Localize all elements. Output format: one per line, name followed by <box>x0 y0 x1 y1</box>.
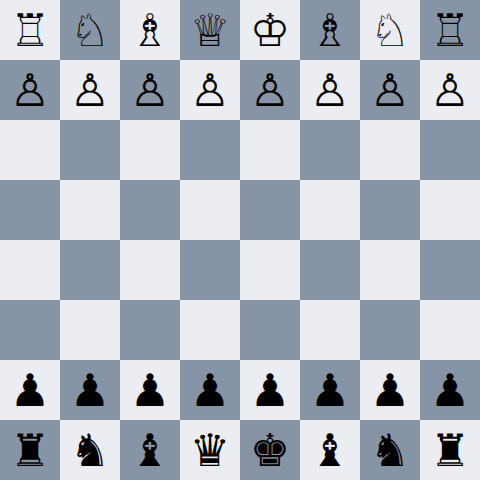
piece-black-king[interactable]: ♚ <box>250 428 290 473</box>
piece-black-pawn[interactable]: ♟ <box>130 368 170 413</box>
piece-black-bishop[interactable]: ♝ <box>310 428 350 473</box>
square-c7[interactable]: ♙ <box>120 60 180 120</box>
square-c6[interactable] <box>120 120 180 180</box>
square-d6[interactable] <box>180 120 240 180</box>
piece-white-rook[interactable]: ♖ <box>10 8 50 53</box>
piece-white-pawn[interactable]: ♙ <box>430 68 470 113</box>
square-b4[interactable] <box>60 240 120 300</box>
square-c1[interactable]: ♝ <box>120 420 180 480</box>
piece-white-pawn[interactable]: ♙ <box>10 68 50 113</box>
square-g2[interactable]: ♟ <box>360 360 420 420</box>
piece-black-pawn[interactable]: ♟ <box>70 368 110 413</box>
square-f4[interactable] <box>300 240 360 300</box>
square-f1[interactable]: ♝ <box>300 420 360 480</box>
piece-white-pawn[interactable]: ♙ <box>250 68 290 113</box>
square-d2[interactable]: ♟ <box>180 360 240 420</box>
square-e7[interactable]: ♙ <box>240 60 300 120</box>
square-b1[interactable]: ♞ <box>60 420 120 480</box>
piece-white-pawn[interactable]: ♙ <box>370 68 410 113</box>
square-h7[interactable]: ♙ <box>420 60 480 120</box>
piece-black-pawn[interactable]: ♟ <box>250 368 290 413</box>
piece-black-queen[interactable]: ♛ <box>190 428 230 473</box>
piece-black-pawn[interactable]: ♟ <box>370 368 410 413</box>
square-h4[interactable] <box>420 240 480 300</box>
square-d8[interactable]: ♕ <box>180 0 240 60</box>
square-a1[interactable]: ♜ <box>0 420 60 480</box>
piece-white-pawn[interactable]: ♙ <box>70 68 110 113</box>
square-c3[interactable] <box>120 300 180 360</box>
square-c4[interactable] <box>120 240 180 300</box>
square-g4[interactable] <box>360 240 420 300</box>
square-f7[interactable]: ♙ <box>300 60 360 120</box>
piece-black-rook[interactable]: ♜ <box>430 428 470 473</box>
square-e2[interactable]: ♟ <box>240 360 300 420</box>
piece-white-pawn[interactable]: ♙ <box>310 68 350 113</box>
square-h6[interactable] <box>420 120 480 180</box>
piece-white-pawn[interactable]: ♙ <box>130 68 170 113</box>
square-a8[interactable]: ♖ <box>0 0 60 60</box>
square-d3[interactable] <box>180 300 240 360</box>
square-a2[interactable]: ♟ <box>0 360 60 420</box>
piece-white-knight[interactable]: ♘ <box>370 8 410 53</box>
square-e3[interactable] <box>240 300 300 360</box>
square-b8[interactable]: ♘ <box>60 0 120 60</box>
square-f2[interactable]: ♟ <box>300 360 360 420</box>
square-c8[interactable]: ♗ <box>120 0 180 60</box>
square-a3[interactable] <box>0 300 60 360</box>
piece-white-bishop[interactable]: ♗ <box>130 8 170 53</box>
piece-black-knight[interactable]: ♞ <box>370 428 410 473</box>
square-e5[interactable] <box>240 180 300 240</box>
square-c5[interactable] <box>120 180 180 240</box>
square-e1[interactable]: ♚ <box>240 420 300 480</box>
square-e4[interactable] <box>240 240 300 300</box>
piece-black-pawn[interactable]: ♟ <box>190 368 230 413</box>
square-f5[interactable] <box>300 180 360 240</box>
piece-black-pawn[interactable]: ♟ <box>310 368 350 413</box>
square-d5[interactable] <box>180 180 240 240</box>
piece-black-pawn[interactable]: ♟ <box>430 368 470 413</box>
square-f6[interactable] <box>300 120 360 180</box>
square-a4[interactable] <box>0 240 60 300</box>
square-g1[interactable]: ♞ <box>360 420 420 480</box>
square-d1[interactable]: ♛ <box>180 420 240 480</box>
square-f8[interactable]: ♗ <box>300 0 360 60</box>
piece-white-pawn[interactable]: ♙ <box>190 68 230 113</box>
square-h1[interactable]: ♜ <box>420 420 480 480</box>
piece-black-knight[interactable]: ♞ <box>70 428 110 473</box>
chess-board: ♖♘♗♕♔♗♘♖♙♙♙♙♙♙♙♙♟♟♟♟♟♟♟♟♜♞♝♛♚♝♞♜ <box>0 0 480 480</box>
piece-white-queen[interactable]: ♕ <box>190 8 230 53</box>
square-b3[interactable] <box>60 300 120 360</box>
square-b6[interactable] <box>60 120 120 180</box>
square-g8[interactable]: ♘ <box>360 0 420 60</box>
square-a6[interactable] <box>0 120 60 180</box>
square-g3[interactable] <box>360 300 420 360</box>
square-e8[interactable]: ♔ <box>240 0 300 60</box>
piece-black-pawn[interactable]: ♟ <box>10 368 50 413</box>
piece-white-rook[interactable]: ♖ <box>430 8 470 53</box>
square-h2[interactable]: ♟ <box>420 360 480 420</box>
piece-white-knight[interactable]: ♘ <box>70 8 110 53</box>
square-h5[interactable] <box>420 180 480 240</box>
square-a5[interactable] <box>0 180 60 240</box>
square-g5[interactable] <box>360 180 420 240</box>
piece-black-rook[interactable]: ♜ <box>10 428 50 473</box>
square-d7[interactable]: ♙ <box>180 60 240 120</box>
square-b5[interactable] <box>60 180 120 240</box>
square-h8[interactable]: ♖ <box>420 0 480 60</box>
piece-white-bishop[interactable]: ♗ <box>310 8 350 53</box>
square-b2[interactable]: ♟ <box>60 360 120 420</box>
square-c2[interactable]: ♟ <box>120 360 180 420</box>
square-f3[interactable] <box>300 300 360 360</box>
square-a7[interactable]: ♙ <box>0 60 60 120</box>
square-g7[interactable]: ♙ <box>360 60 420 120</box>
square-h3[interactable] <box>420 300 480 360</box>
square-g6[interactable] <box>360 120 420 180</box>
square-d4[interactable] <box>180 240 240 300</box>
piece-black-bishop[interactable]: ♝ <box>130 428 170 473</box>
square-e6[interactable] <box>240 120 300 180</box>
piece-white-king[interactable]: ♔ <box>250 8 290 53</box>
square-b7[interactable]: ♙ <box>60 60 120 120</box>
